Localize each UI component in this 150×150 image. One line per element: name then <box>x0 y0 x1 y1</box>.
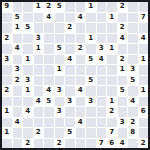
cell-r2c12-empty[interactable] <box>118 13 128 23</box>
cell-r7c10-empty[interactable] <box>97 65 107 75</box>
cell-r5c6-clue: 5 <box>55 44 65 54</box>
cell-r4c1-clue: 2 <box>2 34 12 44</box>
cell-r5c7-empty[interactable] <box>65 44 75 54</box>
cell-r11c12-empty[interactable] <box>118 107 128 117</box>
cell-r13c13-clue: 8 <box>128 128 138 138</box>
cell-r11c13-empty[interactable] <box>128 107 138 117</box>
cell-r7c5-empty[interactable] <box>44 65 54 75</box>
cell-r6c12-clue: 2 <box>118 55 128 65</box>
cell-r1c3-empty[interactable] <box>23 2 33 12</box>
cell-r6c10-clue: 4 <box>97 55 107 65</box>
cell-r12c2-clue: 4 <box>13 118 23 128</box>
cell-r10c7-clue: 3 <box>65 97 75 107</box>
cell-r2c2-clue: 5 <box>13 13 23 23</box>
cell-r1c9-clue: 1 <box>86 2 96 12</box>
cell-r2c4-empty[interactable] <box>34 13 44 23</box>
cell-r8c8-empty[interactable] <box>76 76 86 86</box>
cell-r13c8-empty[interactable] <box>76 128 86 138</box>
cell-r12c7-empty[interactable] <box>65 118 75 128</box>
cell-r10c4-clue: 4 <box>34 97 44 107</box>
cell-r10c10-empty[interactable] <box>97 97 107 107</box>
cell-r5c4-clue: 1 <box>34 44 44 54</box>
cell-r1c14-empty[interactable] <box>139 2 149 12</box>
cell-r2c10-empty[interactable] <box>97 13 107 23</box>
cell-r8c6-empty[interactable] <box>55 76 65 86</box>
cell-r5c12-empty[interactable] <box>118 44 128 54</box>
cell-r14c14-clue: 2 <box>139 139 149 149</box>
cell-r11c5-empty[interactable] <box>44 107 54 117</box>
cell-r10c12-empty[interactable] <box>118 97 128 107</box>
cell-r14c8-empty[interactable] <box>76 139 86 149</box>
cell-r7c7-empty[interactable] <box>65 65 75 75</box>
cell-r14c2-empty[interactable] <box>13 139 23 149</box>
cell-r5c3-empty[interactable] <box>23 44 33 54</box>
cell-r14c9-empty[interactable] <box>86 139 96 149</box>
cell-r11c11-clue: 2 <box>107 107 117 117</box>
cell-r2c6-empty[interactable] <box>55 13 65 23</box>
cell-r3c4-empty[interactable] <box>34 23 44 33</box>
cell-r6c5-empty[interactable] <box>44 55 54 65</box>
cell-r11c7-empty[interactable] <box>65 107 75 117</box>
cell-r12c3-empty[interactable] <box>23 118 33 128</box>
cell-r12c5-empty[interactable] <box>44 118 54 128</box>
cell-r1c12-clue: 2 <box>118 2 128 12</box>
cell-r5c9-empty[interactable] <box>86 44 96 54</box>
cell-r4c10-empty[interactable] <box>97 34 107 44</box>
cell-r1c13-empty[interactable] <box>128 2 138 12</box>
cell-r5c8-clue: 2 <box>76 44 86 54</box>
cell-r5c10-clue: 3 <box>97 44 107 54</box>
cell-r6c6-empty[interactable] <box>55 55 65 65</box>
cell-r3c7-clue: 2 <box>65 23 75 33</box>
cell-r13c10-empty[interactable] <box>97 128 107 138</box>
cell-r14c11-clue: 6 <box>107 139 117 149</box>
cell-r9c2-empty[interactable] <box>13 86 23 96</box>
cell-r14c12-clue: 4 <box>118 139 128 149</box>
cell-r7c9-empty[interactable] <box>86 65 96 75</box>
cell-r9c11-empty[interactable] <box>107 86 117 96</box>
cell-r8c11-empty[interactable] <box>107 76 117 86</box>
cell-r11c9-empty[interactable] <box>86 107 96 117</box>
cell-r7c13-clue: 3 <box>128 65 138 75</box>
cell-r14c6-clue: 2 <box>55 139 65 149</box>
cell-r13c2-empty[interactable] <box>13 128 23 138</box>
cell-r4c4-clue: 3 <box>34 34 44 44</box>
cell-r3c8-empty[interactable] <box>76 23 86 33</box>
cell-r7c4-empty[interactable] <box>34 65 44 75</box>
cell-r9c4-empty[interactable] <box>34 86 44 96</box>
cell-r12c10-empty[interactable] <box>97 118 107 128</box>
cell-r4c11-empty[interactable] <box>107 34 117 44</box>
cell-r6c11-empty[interactable] <box>107 55 117 65</box>
cell-r6c8-empty[interactable] <box>76 55 86 65</box>
cell-r3c13-empty[interactable] <box>128 23 138 33</box>
puzzle-board: 9125125441715222314441523131454213113235… <box>0 0 150 150</box>
cell-r9c1-clue: 2 <box>2 86 12 96</box>
cell-r1c6-clue: 5 <box>55 2 65 12</box>
cell-r2c9-empty[interactable] <box>86 13 96 23</box>
cell-r8c10-empty[interactable] <box>97 76 107 86</box>
cell-r3c2-clue: 1 <box>13 23 23 33</box>
cell-r10c3-empty[interactable] <box>23 97 33 107</box>
cell-r11c1-clue: 1 <box>2 107 12 117</box>
cell-r1c10-empty[interactable] <box>97 2 107 12</box>
cell-r4c9-clue: 1 <box>86 34 96 44</box>
cell-r8c4-empty[interactable] <box>34 76 44 86</box>
cell-r5c14-empty[interactable] <box>139 44 149 54</box>
cell-r6c2-empty[interactable] <box>13 55 23 65</box>
cell-r3c1-empty[interactable] <box>2 23 12 33</box>
cell-r9c9-empty[interactable] <box>86 86 96 96</box>
cell-r3c5-empty[interactable] <box>44 23 54 33</box>
cell-r13c9-empty[interactable] <box>86 128 96 138</box>
cell-r2c14-clue: 7 <box>139 13 149 23</box>
cell-r6c3-clue: 1 <box>23 55 33 65</box>
cell-r4c13-empty[interactable] <box>128 34 138 44</box>
cell-r2c5-clue: 4 <box>44 13 54 23</box>
cell-r13c11-clue: 7 <box>107 128 117 138</box>
cell-r11c6-clue: 3 <box>55 107 65 117</box>
cell-r8c13-clue: 5 <box>128 76 138 86</box>
cell-r11c3-clue: 4 <box>23 107 33 117</box>
cell-r4c6-empty[interactable] <box>55 34 65 44</box>
cell-r1c7-empty[interactable] <box>65 2 75 12</box>
cell-r3c3-clue: 5 <box>23 23 33 33</box>
cell-r9c14-clue: 1 <box>139 86 149 96</box>
cell-r9c10-empty[interactable] <box>97 86 107 96</box>
cell-r4c2-empty[interactable] <box>13 34 23 44</box>
cell-r10c13-clue: 4 <box>128 97 138 107</box>
cell-r4c8-empty[interactable] <box>76 34 86 44</box>
cell-r13c14-empty[interactable] <box>139 128 149 138</box>
cell-r1c5-clue: 2 <box>44 2 54 12</box>
cell-r7c3-empty[interactable] <box>23 65 33 75</box>
cell-r7c1-empty[interactable] <box>2 65 12 75</box>
cell-r14c10-clue: 7 <box>97 139 107 149</box>
cell-r13c4-clue: 2 <box>34 128 44 138</box>
cell-r12c11-empty[interactable] <box>107 118 117 128</box>
cell-r4c5-empty[interactable] <box>44 34 54 44</box>
cell-r14c1-empty[interactable] <box>2 139 12 149</box>
cell-r3c11-empty[interactable] <box>107 23 117 33</box>
cell-r10c1-empty[interactable] <box>2 97 12 107</box>
cell-r1c1-clue: 9 <box>2 2 12 12</box>
cell-r12c14-empty[interactable] <box>139 118 149 128</box>
cell-r5c13-empty[interactable] <box>128 44 138 54</box>
cell-r9c3-clue: 1 <box>23 86 33 96</box>
cell-r6c1-clue: 3 <box>2 55 12 65</box>
cell-r8c14-empty[interactable] <box>139 76 149 86</box>
cell-r14c3-clue: 2 <box>23 139 33 149</box>
cell-r4c14-clue: 4 <box>139 34 149 44</box>
cell-r5c11-clue: 1 <box>107 44 117 54</box>
cell-r6c13-empty[interactable] <box>128 55 138 65</box>
cell-r12c4-empty[interactable] <box>34 118 44 128</box>
cell-r12c13-clue: 2 <box>128 118 138 128</box>
cell-r13c7-clue: 5 <box>65 128 75 138</box>
cell-r13c6-empty[interactable] <box>55 128 65 138</box>
cell-r6c14-clue: 1 <box>139 55 149 65</box>
cell-r2c11-clue: 1 <box>107 13 117 23</box>
cell-r9c6-clue: 3 <box>55 86 65 96</box>
cell-r14c5-empty[interactable] <box>44 139 54 149</box>
cell-r14c7-empty[interactable] <box>65 139 75 149</box>
cell-r8c1-empty[interactable] <box>2 76 12 86</box>
cell-r13c1-clue: 1 <box>2 128 12 138</box>
cell-r8c5-empty[interactable] <box>44 76 54 86</box>
cell-r13c12-empty[interactable] <box>118 128 128 138</box>
cell-r11c2-empty[interactable] <box>13 107 23 117</box>
cell-r14c13-empty[interactable] <box>128 139 138 149</box>
cell-r1c11-empty[interactable] <box>107 2 117 12</box>
cell-r7c14-empty[interactable] <box>139 65 149 75</box>
cell-r11c10-empty[interactable] <box>97 107 107 117</box>
cell-r9c12-clue: 5 <box>118 86 128 96</box>
cell-r4c7-empty[interactable] <box>65 34 75 44</box>
cell-r4c12-clue: 4 <box>118 34 128 44</box>
cell-r12c12-clue: 3 <box>118 118 128 128</box>
cell-r8c2-clue: 2 <box>13 76 23 86</box>
cell-r3c9-empty[interactable] <box>86 23 96 33</box>
cell-r5c5-empty[interactable] <box>44 44 54 54</box>
cell-r8c3-clue: 3 <box>23 76 33 86</box>
cell-r11c14-clue: 6 <box>139 107 149 117</box>
cell-r1c2-empty[interactable] <box>13 2 23 12</box>
cell-r3c14-empty[interactable] <box>139 23 149 33</box>
cell-r4c3-empty[interactable] <box>23 34 33 44</box>
cell-r2c3-empty[interactable] <box>23 13 33 23</box>
cell-r7c12-clue: 1 <box>118 65 128 75</box>
cell-r9c8-clue: 4 <box>76 86 86 96</box>
cell-r8c7-empty[interactable] <box>65 76 75 86</box>
cell-r8c12-empty[interactable] <box>118 76 128 86</box>
cell-r10c2-empty[interactable] <box>13 97 23 107</box>
cell-r7c11-empty[interactable] <box>107 65 117 75</box>
cell-r10c8-empty[interactable] <box>76 97 86 107</box>
cell-r1c8-empty[interactable] <box>76 2 86 12</box>
cell-r3c10-empty[interactable] <box>97 23 107 33</box>
cell-r3c6-empty[interactable] <box>55 23 65 33</box>
cell-r9c5-clue: 4 <box>44 86 54 96</box>
cell-r7c8-empty[interactable] <box>76 65 86 75</box>
cell-r2c7-empty[interactable] <box>65 13 75 23</box>
cell-r12c6-empty[interactable] <box>55 118 65 128</box>
cell-r14c4-empty[interactable] <box>34 139 44 149</box>
cell-r11c8-empty[interactable] <box>76 107 86 117</box>
cell-r2c8-clue: 4 <box>76 13 86 23</box>
cell-r9c13-empty[interactable] <box>128 86 138 96</box>
cell-r9c7-empty[interactable] <box>65 86 75 96</box>
cell-r12c1-empty[interactable] <box>2 118 12 128</box>
cell-r5c1-empty[interactable] <box>2 44 12 54</box>
cell-r7c2-clue: 3 <box>13 65 23 75</box>
cell-r5c2-clue: 4 <box>13 44 23 54</box>
cell-r8c9-clue: 5 <box>86 76 96 86</box>
cell-r6c9-clue: 5 <box>86 55 96 65</box>
cell-r2c1-empty[interactable] <box>2 13 12 23</box>
cell-r6c7-clue: 4 <box>65 55 75 65</box>
cell-r10c5-clue: 5 <box>44 97 54 107</box>
cell-r7c6-clue: 1 <box>55 65 65 75</box>
cell-r2c13-empty[interactable] <box>128 13 138 23</box>
cell-r6c4-empty[interactable] <box>34 55 44 65</box>
cell-r1c4-clue: 1 <box>34 2 44 12</box>
cell-r10c11-clue: 1 <box>107 97 117 107</box>
cell-r10c9-clue: 3 <box>86 97 96 107</box>
cell-r3c12-clue: 2 <box>118 23 128 33</box>
cell-r12c9-empty[interactable] <box>86 118 96 128</box>
cell-r13c3-empty[interactable] <box>23 128 33 138</box>
cell-r10c14-empty[interactable] <box>139 97 149 107</box>
cell-r10c6-empty[interactable] <box>55 97 65 107</box>
cell-r13c5-empty[interactable] <box>44 128 54 138</box>
cell-r12c8-clue: 4 <box>76 118 86 128</box>
cell-r11c4-empty[interactable] <box>34 107 44 117</box>
